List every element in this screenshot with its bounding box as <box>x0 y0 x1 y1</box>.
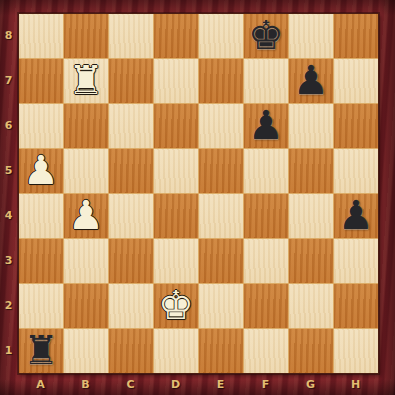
square-f7[interactable] <box>244 59 288 103</box>
rank-label-4: 4 <box>0 193 17 238</box>
square-c3[interactable] <box>109 239 153 283</box>
square-g1[interactable] <box>289 329 333 373</box>
square-a5[interactable]: ♟ <box>19 149 63 193</box>
white-pawn[interactable]: ♟ <box>68 193 104 237</box>
square-f4[interactable] <box>244 194 288 238</box>
square-g6[interactable] <box>289 104 333 148</box>
file-label-b: B <box>63 374 108 395</box>
file-label-a: A <box>18 374 63 395</box>
square-g8[interactable] <box>289 14 333 58</box>
file-label-c: C <box>108 374 153 395</box>
square-f8[interactable]: ♚ <box>244 14 288 58</box>
square-d1[interactable] <box>154 329 198 373</box>
square-e4[interactable] <box>199 194 243 238</box>
square-g2[interactable] <box>289 284 333 328</box>
black-pawn[interactable]: ♟ <box>338 193 374 237</box>
square-e2[interactable] <box>199 284 243 328</box>
white-king[interactable]: ♚ <box>158 283 194 327</box>
square-e6[interactable] <box>199 104 243 148</box>
square-d2[interactable]: ♚ <box>154 284 198 328</box>
square-d3[interactable] <box>154 239 198 283</box>
white-pawn[interactable]: ♟ <box>23 148 59 192</box>
square-h4[interactable]: ♟ <box>334 194 378 238</box>
black-pawn[interactable]: ♟ <box>248 103 284 147</box>
square-b6[interactable] <box>64 104 108 148</box>
square-g7[interactable]: ♟ <box>289 59 333 103</box>
file-label-d: D <box>153 374 198 395</box>
square-f6[interactable]: ♟ <box>244 104 288 148</box>
square-a8[interactable] <box>19 14 63 58</box>
square-h7[interactable] <box>334 59 378 103</box>
square-b8[interactable] <box>64 14 108 58</box>
square-h6[interactable] <box>334 104 378 148</box>
square-d8[interactable] <box>154 14 198 58</box>
rank-label-5: 5 <box>0 148 17 193</box>
square-h8[interactable] <box>334 14 378 58</box>
square-b4[interactable]: ♟ <box>64 194 108 238</box>
square-b2[interactable] <box>64 284 108 328</box>
square-b1[interactable] <box>64 329 108 373</box>
square-d4[interactable] <box>154 194 198 238</box>
square-g5[interactable] <box>289 149 333 193</box>
rank-label-7: 7 <box>0 58 17 103</box>
square-b7[interactable]: ♜ <box>64 59 108 103</box>
rank-label-1: 1 <box>0 328 17 373</box>
square-e1[interactable] <box>199 329 243 373</box>
square-d7[interactable] <box>154 59 198 103</box>
file-label-f: F <box>243 374 288 395</box>
black-pawn[interactable]: ♟ <box>293 58 329 102</box>
file-label-h: H <box>333 374 378 395</box>
rank-label-3: 3 <box>0 238 17 283</box>
black-rook[interactable]: ♜ <box>23 328 59 372</box>
square-c2[interactable] <box>109 284 153 328</box>
square-c7[interactable] <box>109 59 153 103</box>
square-a3[interactable] <box>19 239 63 283</box>
rank-label-2: 2 <box>0 283 17 328</box>
square-h1[interactable] <box>334 329 378 373</box>
rank-label-6: 6 <box>0 103 17 148</box>
square-a6[interactable] <box>19 104 63 148</box>
black-king[interactable]: ♚ <box>248 13 284 57</box>
square-e3[interactable] <box>199 239 243 283</box>
square-f2[interactable] <box>244 284 288 328</box>
chessboard-window: ♚♜♟♟♟♟♟♚♜ 87654321 ABCDEFGH <box>0 0 395 395</box>
square-f1[interactable] <box>244 329 288 373</box>
square-c4[interactable] <box>109 194 153 238</box>
square-c1[interactable] <box>109 329 153 373</box>
board: ♚♜♟♟♟♟♟♚♜ <box>18 13 379 374</box>
square-g4[interactable] <box>289 194 333 238</box>
square-h5[interactable] <box>334 149 378 193</box>
square-e5[interactable] <box>199 149 243 193</box>
square-c5[interactable] <box>109 149 153 193</box>
square-e8[interactable] <box>199 14 243 58</box>
rank-label-8: 8 <box>0 13 17 58</box>
square-c6[interactable] <box>109 104 153 148</box>
square-g3[interactable] <box>289 239 333 283</box>
square-d5[interactable] <box>154 149 198 193</box>
square-a2[interactable] <box>19 284 63 328</box>
file-label-e: E <box>198 374 243 395</box>
file-label-g: G <box>288 374 333 395</box>
square-a1[interactable]: ♜ <box>19 329 63 373</box>
square-c8[interactable] <box>109 14 153 58</box>
square-h3[interactable] <box>334 239 378 283</box>
white-rook[interactable]: ♜ <box>68 58 104 102</box>
square-d6[interactable] <box>154 104 198 148</box>
square-h2[interactable] <box>334 284 378 328</box>
square-f3[interactable] <box>244 239 288 283</box>
square-f5[interactable] <box>244 149 288 193</box>
square-b3[interactable] <box>64 239 108 283</box>
square-b5[interactable] <box>64 149 108 193</box>
square-a4[interactable] <box>19 194 63 238</box>
square-e7[interactable] <box>199 59 243 103</box>
square-a7[interactable] <box>19 59 63 103</box>
